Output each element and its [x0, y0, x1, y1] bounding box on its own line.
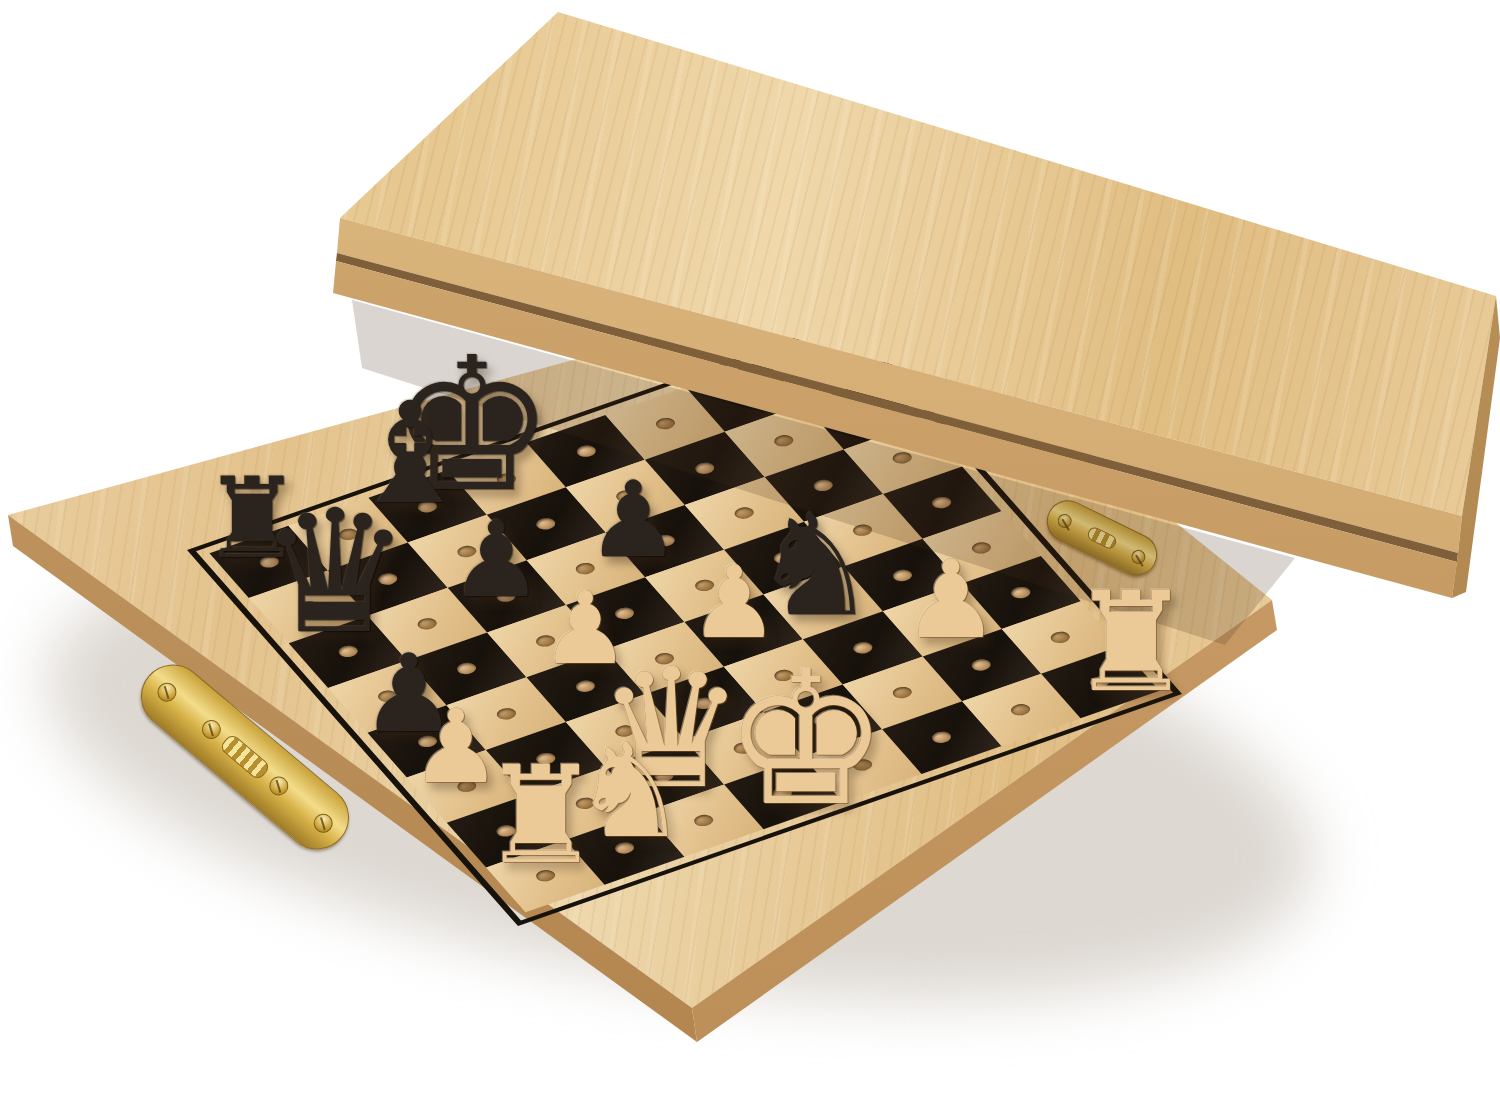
piece-white-pawn-g3[interactable]: ♟: [903, 546, 1000, 654]
piece-white-king-d1[interactable]: ♚: [723, 647, 889, 832]
piece-black-pawn-c6[interactable]: ♟: [449, 508, 543, 613]
piece-white-rook-h1[interactable]: ♜: [1069, 574, 1193, 712]
piece-white-rook-b1[interactable]: ♜: [480, 748, 601, 883]
travel-chess-set-photo: ♜♝♚♛♟♟♟♟♟♞♟♟♛♜♞♚♜: [0, 0, 1500, 1110]
piece-black-pawn-e6[interactable]: ♟: [586, 468, 680, 573]
pieces-layer: ♜♝♚♛♟♟♟♟♟♞♟♟♛♜♞♚♜: [0, 0, 1500, 1110]
